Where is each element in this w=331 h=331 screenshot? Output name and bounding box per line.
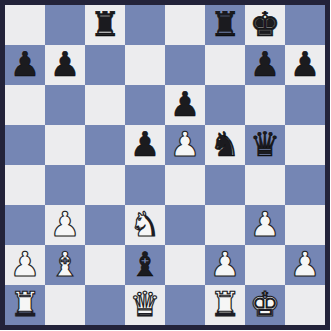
square-b4[interactable] xyxy=(45,165,85,205)
square-f4[interactable] xyxy=(205,165,245,205)
square-c8[interactable]: ♜ xyxy=(85,5,125,45)
square-h5[interactable] xyxy=(285,125,325,165)
square-a6[interactable] xyxy=(5,85,45,125)
square-g8[interactable]: ♚ xyxy=(245,5,285,45)
white-pawn[interactable]: ♟ xyxy=(290,244,320,284)
white-pawn[interactable]: ♟ xyxy=(50,204,80,244)
square-d2[interactable]: ♝ xyxy=(125,245,165,285)
square-e8[interactable] xyxy=(165,5,205,45)
square-a1[interactable]: ♜ xyxy=(5,285,45,325)
square-g6[interactable] xyxy=(245,85,285,125)
square-d3[interactable]: ♞ xyxy=(125,205,165,245)
square-d8[interactable] xyxy=(125,5,165,45)
square-a7[interactable]: ♟ xyxy=(5,45,45,85)
black-knight[interactable]: ♞ xyxy=(210,124,240,164)
square-g4[interactable] xyxy=(245,165,285,205)
square-e7[interactable] xyxy=(165,45,205,85)
square-g5[interactable]: ♛ xyxy=(245,125,285,165)
black-pawn[interactable]: ♟ xyxy=(170,84,200,124)
square-e4[interactable] xyxy=(165,165,205,205)
white-knight[interactable]: ♞ xyxy=(130,204,160,244)
white-king[interactable]: ♚ xyxy=(250,284,280,324)
square-c7[interactable] xyxy=(85,45,125,85)
square-g7[interactable]: ♟ xyxy=(245,45,285,85)
square-f3[interactable] xyxy=(205,205,245,245)
square-h1[interactable] xyxy=(285,285,325,325)
square-d1[interactable]: ♛ xyxy=(125,285,165,325)
square-g3[interactable]: ♟ xyxy=(245,205,285,245)
square-b3[interactable]: ♟ xyxy=(45,205,85,245)
square-c6[interactable] xyxy=(85,85,125,125)
square-d5[interactable]: ♟ xyxy=(125,125,165,165)
square-b7[interactable]: ♟ xyxy=(45,45,85,85)
white-bishop[interactable]: ♝ xyxy=(50,244,80,284)
square-a4[interactable] xyxy=(5,165,45,205)
square-c2[interactable] xyxy=(85,245,125,285)
square-b8[interactable] xyxy=(45,5,85,45)
square-e2[interactable] xyxy=(165,245,205,285)
square-a5[interactable] xyxy=(5,125,45,165)
white-rook[interactable]: ♜ xyxy=(210,284,240,324)
square-a3[interactable] xyxy=(5,205,45,245)
white-pawn[interactable]: ♟ xyxy=(170,124,200,164)
black-rook[interactable]: ♜ xyxy=(210,4,240,44)
square-f5[interactable]: ♞ xyxy=(205,125,245,165)
square-h8[interactable] xyxy=(285,5,325,45)
square-f1[interactable]: ♜ xyxy=(205,285,245,325)
square-h4[interactable] xyxy=(285,165,325,205)
white-pawn[interactable]: ♟ xyxy=(10,244,40,284)
white-pawn[interactable]: ♟ xyxy=(250,204,280,244)
square-d4[interactable] xyxy=(125,165,165,205)
square-f7[interactable] xyxy=(205,45,245,85)
square-f6[interactable] xyxy=(205,85,245,125)
square-b1[interactable] xyxy=(45,285,85,325)
square-f8[interactable]: ♜ xyxy=(205,5,245,45)
square-a8[interactable] xyxy=(5,5,45,45)
white-rook[interactable]: ♜ xyxy=(10,284,40,324)
square-g1[interactable]: ♚ xyxy=(245,285,285,325)
square-e5[interactable]: ♟ xyxy=(165,125,205,165)
square-b2[interactable]: ♝ xyxy=(45,245,85,285)
square-d6[interactable] xyxy=(125,85,165,125)
black-pawn[interactable]: ♟ xyxy=(50,44,80,84)
square-e6[interactable]: ♟ xyxy=(165,85,205,125)
square-b5[interactable] xyxy=(45,125,85,165)
black-bishop[interactable]: ♝ xyxy=(130,244,160,284)
chess-board[interactable]: ♜♜♚♟♟♟♟♟♟♟♞♛♟♞♟♟♝♝♟♟♜♛♜♚ xyxy=(5,5,325,325)
square-d7[interactable] xyxy=(125,45,165,85)
black-pawn[interactable]: ♟ xyxy=(290,44,320,84)
white-queen[interactable]: ♛ xyxy=(130,284,160,324)
black-queen[interactable]: ♛ xyxy=(250,124,280,164)
square-c3[interactable] xyxy=(85,205,125,245)
square-b6[interactable] xyxy=(45,85,85,125)
square-a2[interactable]: ♟ xyxy=(5,245,45,285)
black-pawn[interactable]: ♟ xyxy=(250,44,280,84)
square-h7[interactable]: ♟ xyxy=(285,45,325,85)
square-e1[interactable] xyxy=(165,285,205,325)
square-g2[interactable] xyxy=(245,245,285,285)
square-e3[interactable] xyxy=(165,205,205,245)
square-f2[interactable]: ♟ xyxy=(205,245,245,285)
square-h3[interactable] xyxy=(285,205,325,245)
black-king[interactable]: ♚ xyxy=(250,4,280,44)
square-c5[interactable] xyxy=(85,125,125,165)
white-pawn[interactable]: ♟ xyxy=(210,244,240,284)
black-rook[interactable]: ♜ xyxy=(90,4,120,44)
black-pawn[interactable]: ♟ xyxy=(10,44,40,84)
square-h2[interactable]: ♟ xyxy=(285,245,325,285)
chess-board-frame: ♜♜♚♟♟♟♟♟♟♟♞♛♟♞♟♟♝♝♟♟♜♛♜♚ xyxy=(0,0,330,330)
black-pawn[interactable]: ♟ xyxy=(130,124,160,164)
square-c1[interactable] xyxy=(85,285,125,325)
square-c4[interactable] xyxy=(85,165,125,205)
square-h6[interactable] xyxy=(285,85,325,125)
